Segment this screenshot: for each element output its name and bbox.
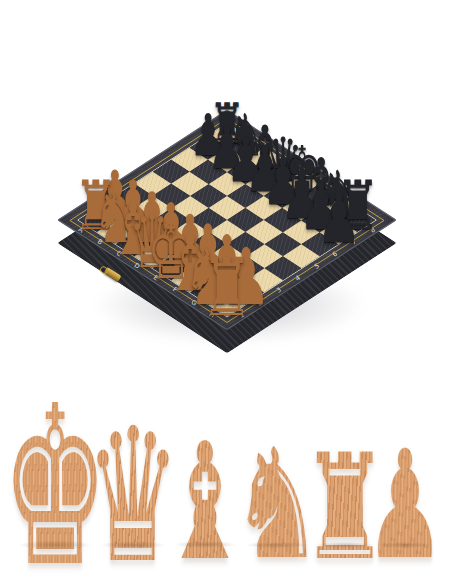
display-piece-pawn: ♟ (365, 430, 446, 580)
board-photo-section: ABCDEFGH12345678 ♜♞♝♛♚♝♞♜♟♟♟♟♟♟♟♟♟♟♟♟♟♟♟… (0, 0, 450, 370)
piece-lineup-section: ♚♛♝♞♜♟ (0, 340, 450, 587)
chess-set-product-photo: ABCDEFGH12345678 ♜♞♝♛♚♝♞♜♟♟♟♟♟♟♟♟♟♟♟♟♟♟♟… (0, 0, 450, 587)
